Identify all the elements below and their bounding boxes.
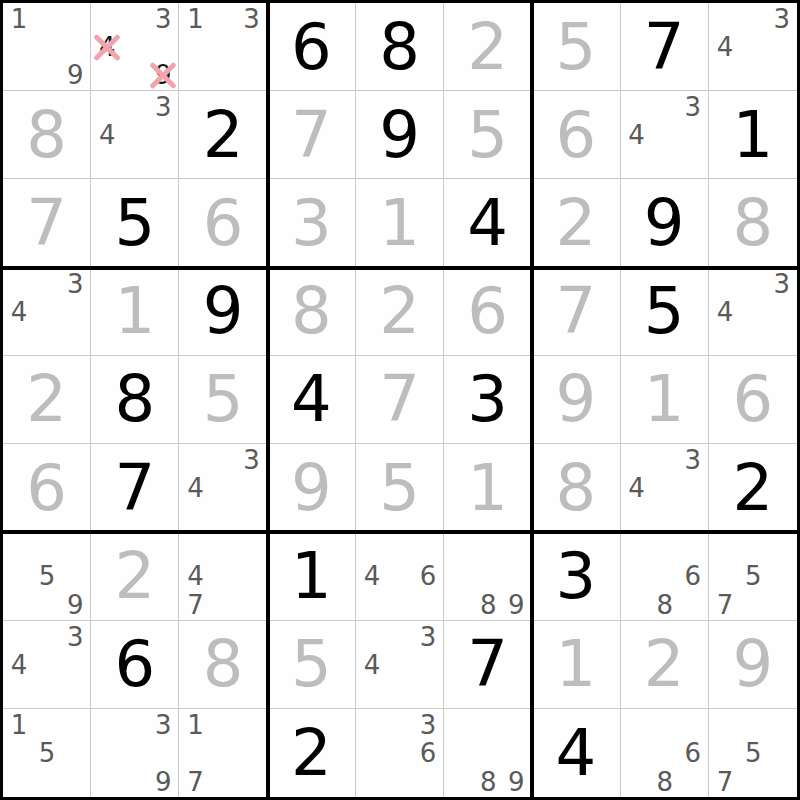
- cell-r6c4[interactable]: 9: [268, 444, 356, 532]
- value-digit: 2: [114, 544, 155, 608]
- cell-r2c4[interactable]: 7: [268, 91, 356, 179]
- candidate-digit: 1: [11, 712, 28, 738]
- candidate-slot-3: 3: [61, 623, 89, 651]
- candidate-slot-1: [711, 534, 739, 562]
- cell-r5c4[interactable]: 4: [268, 356, 356, 444]
- cell-r8c3[interactable]: 8: [179, 621, 267, 709]
- candidate-slot-3: 3: [679, 446, 707, 474]
- candidates-grid: 34: [5, 623, 89, 707]
- cell-r8c9[interactable]: 9: [709, 621, 797, 709]
- candidate-slot-9: [768, 768, 796, 796]
- candidate-slot-9: [414, 679, 442, 707]
- candidate-slot-3: [679, 534, 707, 562]
- candidate-slot-1: [623, 446, 651, 474]
- value-digit: 8: [379, 15, 420, 79]
- cell-r5c8[interactable]: 1: [621, 356, 709, 444]
- candidate-digit: 8: [480, 769, 497, 795]
- cell-r4c1[interactable]: 34: [3, 268, 91, 356]
- candidates-grid: 17: [181, 711, 265, 796]
- sudoku-board: 1934913682573483427956341756314298341982…: [0, 0, 800, 800]
- candidate-digit: 4: [628, 122, 645, 148]
- candidate-slot-4: [711, 562, 739, 590]
- candidate-slot-2: [121, 5, 149, 33]
- candidate-digit: 4: [187, 475, 204, 501]
- cell-r3c4[interactable]: 3: [268, 179, 356, 267]
- cell-r1c6[interactable]: 2: [444, 3, 532, 91]
- candidate-slot-6: 6: [679, 739, 707, 767]
- candidate-slot-9: 9: [149, 768, 177, 796]
- cell-r1c1[interactable]: 19: [3, 3, 91, 91]
- candidate-digit: 8: [656, 592, 673, 618]
- value-digit: 6: [733, 367, 774, 431]
- cell-r7c5[interactable]: 46: [356, 532, 444, 620]
- candidate-slot-9: 9: [502, 768, 530, 796]
- cell-r5c7[interactable]: 9: [532, 356, 620, 444]
- candidate-slot-2: [651, 711, 679, 739]
- cell-r9c8[interactable]: 68: [621, 709, 709, 797]
- cell-r7c4[interactable]: 1: [268, 532, 356, 620]
- candidate-slot-6: [61, 651, 89, 679]
- cell-r4c3[interactable]: 9: [179, 268, 267, 356]
- cell-r3c6[interactable]: 4: [444, 179, 532, 267]
- cell-r7c1[interactable]: 59: [3, 532, 91, 620]
- candidate-slot-4: [181, 739, 209, 767]
- cell-r6c8[interactable]: 34: [621, 444, 709, 532]
- value-digit: 2: [644, 632, 685, 696]
- cell-r3c2[interactable]: 5: [91, 179, 179, 267]
- candidate-slot-9: [61, 768, 89, 796]
- candidates-grid: 13: [181, 5, 265, 89]
- candidate-slot-4: 4: [358, 651, 386, 679]
- cell-r8c5[interactable]: 34: [356, 621, 444, 709]
- candidate-digit: 9: [508, 592, 525, 618]
- candidate-slot-1: [181, 446, 209, 474]
- cell-r3c1[interactable]: 7: [3, 179, 91, 267]
- cell-r6c9[interactable]: 2: [709, 444, 797, 532]
- cell-r1c7[interactable]: 5: [532, 3, 620, 91]
- candidate-slot-5: [210, 739, 238, 767]
- candidate-slot-3: 3: [149, 711, 177, 739]
- candidates-grid: 89: [446, 711, 530, 796]
- cell-r1c8[interactable]: 7: [621, 3, 709, 91]
- value-digit: 4: [556, 721, 597, 785]
- candidate-digit: 4: [11, 652, 28, 678]
- value-digit: 1: [733, 103, 774, 167]
- candidate-slot-8: [386, 679, 414, 707]
- candidate-slot-7: [93, 149, 121, 177]
- value-digit: 8: [203, 632, 244, 696]
- cell-r9c5[interactable]: 36: [356, 709, 444, 797]
- candidate-digit: 1: [11, 6, 28, 32]
- cell-r7c2[interactable]: 2: [91, 532, 179, 620]
- cell-r8c6[interactable]: 7: [444, 621, 532, 709]
- candidates-grid: 34: [93, 93, 177, 177]
- candidates-grid: 34: [5, 270, 89, 354]
- cell-r1c9[interactable]: 34: [709, 3, 797, 91]
- candidate-digit: 7: [717, 592, 734, 618]
- candidate-slot-6: [768, 298, 796, 326]
- candidate-slot-7: [181, 502, 209, 530]
- value-digit: 7: [467, 632, 508, 696]
- candidate-slot-3: [768, 534, 796, 562]
- candidate-slot-1: [5, 623, 33, 651]
- value-digit: 3: [291, 191, 332, 255]
- cell-r5c6[interactable]: 3: [444, 356, 532, 444]
- candidate-slot-3: 3: [238, 446, 266, 474]
- candidate-slot-9: [768, 61, 796, 89]
- candidate-slot-8: [386, 768, 414, 796]
- candidate-slot-2: [474, 711, 502, 739]
- candidate-slot-5: [386, 739, 414, 767]
- candidate-slot-3: [238, 711, 266, 739]
- candidates-grid: 34: [623, 93, 707, 177]
- candidate-slot-3: [61, 534, 89, 562]
- candidate-digit: 9: [155, 769, 172, 795]
- candidate-slot-5: [739, 298, 767, 326]
- candidate-slot-4: [446, 739, 474, 767]
- candidate-slot-6: [768, 739, 796, 767]
- candidates-grid: 39: [93, 711, 177, 796]
- candidate-slot-8: [33, 590, 61, 618]
- cell-r2c2[interactable]: 34: [91, 91, 179, 179]
- candidate-digit: 5: [39, 740, 56, 766]
- candidate-slot-2: [739, 5, 767, 33]
- cell-r5c2[interactable]: 8: [91, 356, 179, 444]
- candidate-slot-2: [386, 534, 414, 562]
- candidate-slot-3: [502, 534, 530, 562]
- cell-r5c9[interactable]: 6: [709, 356, 797, 444]
- candidate-slot-7: [358, 768, 386, 796]
- candidates-grid: 89: [446, 534, 530, 618]
- value-digit: 7: [379, 367, 420, 431]
- candidate-slot-1: [358, 534, 386, 562]
- candidate-slot-7: [181, 61, 209, 89]
- candidate-slot-4: 4: [181, 474, 209, 502]
- value-digit: 5: [379, 456, 420, 520]
- candidate-slot-7: [5, 679, 33, 707]
- candidate-slot-5: [474, 562, 502, 590]
- candidate-digit: 4: [187, 563, 204, 589]
- candidate-digit: 9: [67, 592, 84, 618]
- candidates-grid: 349: [93, 5, 177, 89]
- candidate-slot-7: [623, 768, 651, 796]
- candidate-slot-4: [446, 562, 474, 590]
- value-digit: 2: [467, 15, 508, 79]
- candidate-slot-5: [33, 298, 61, 326]
- candidate-slot-9: [61, 326, 89, 354]
- candidate-digit: 3: [155, 94, 172, 120]
- cell-r2c7[interactable]: 6: [532, 91, 620, 179]
- cell-r4c6[interactable]: 6: [444, 268, 532, 356]
- candidate-slot-3: [414, 534, 442, 562]
- cell-r8c8[interactable]: 2: [621, 621, 709, 709]
- candidates-grid: 34: [358, 623, 442, 707]
- candidate-slot-8: [33, 326, 61, 354]
- cell-r3c8[interactable]: 9: [621, 179, 709, 267]
- candidate-digit: 4: [364, 652, 381, 678]
- candidate-digit: 5: [745, 740, 762, 766]
- cell-r7c7[interactable]: 3: [532, 532, 620, 620]
- candidate-slot-8: [739, 768, 767, 796]
- candidate-slot-3: 3: [679, 93, 707, 121]
- candidate-digit: 3: [774, 6, 791, 32]
- candidate-slot-1: [358, 623, 386, 651]
- candidates-grid: 19: [5, 5, 89, 89]
- candidate-slot-9: 9: [61, 61, 89, 89]
- candidate-slot-7: [5, 326, 33, 354]
- candidate-digit: 8: [480, 592, 497, 618]
- candidate-slot-1: [623, 534, 651, 562]
- value-digit: 5: [291, 632, 332, 696]
- cell-r4c2[interactable]: 1: [91, 268, 179, 356]
- candidate-slot-6: [61, 298, 89, 326]
- cell-r7c8[interactable]: 68: [621, 532, 709, 620]
- cell-r3c7[interactable]: 2: [532, 179, 620, 267]
- candidate-slot-9: 9: [149, 61, 177, 89]
- cell-r1c3[interactable]: 13: [179, 3, 267, 91]
- cell-r7c3[interactable]: 47: [179, 532, 267, 620]
- candidate-digit: 4: [364, 563, 381, 589]
- candidate-slot-5: 5: [739, 562, 767, 590]
- cell-r8c2[interactable]: 6: [91, 621, 179, 709]
- cell-r5c5[interactable]: 7: [356, 356, 444, 444]
- candidate-slot-4: [5, 739, 33, 767]
- candidate-digit: 9: [67, 62, 84, 88]
- value-digit: 7: [644, 15, 685, 79]
- candidate-slot-1: [446, 534, 474, 562]
- candidates-grid: 57: [711, 711, 796, 796]
- candidate-slot-5: 5: [33, 739, 61, 767]
- candidate-slot-4: [181, 33, 209, 61]
- value-digit: 6: [291, 15, 332, 79]
- cell-r2c1[interactable]: 8: [3, 91, 91, 179]
- candidate-slot-7: [5, 590, 33, 618]
- candidates-grid: 59: [5, 534, 89, 618]
- candidate-slot-8: [651, 149, 679, 177]
- candidate-slot-1: [5, 534, 33, 562]
- cell-r9c6[interactable]: 89: [444, 709, 532, 797]
- cell-r2c8[interactable]: 34: [621, 91, 709, 179]
- cell-r9c4[interactable]: 2: [268, 709, 356, 797]
- candidate-slot-8: [33, 61, 61, 89]
- cell-r9c1[interactable]: 15: [3, 709, 91, 797]
- candidate-slot-8: [386, 590, 414, 618]
- candidate-slot-7: [5, 61, 33, 89]
- candidate-slot-4: [623, 739, 651, 767]
- candidate-digit: 6: [684, 740, 701, 766]
- candidate-slot-4: 4: [623, 474, 651, 502]
- value-digit: 1: [467, 456, 508, 520]
- candidate-slot-3: [238, 534, 266, 562]
- candidate-slot-4: 4: [358, 562, 386, 590]
- candidate-slot-5: [651, 121, 679, 149]
- candidate-slot-1: [623, 93, 651, 121]
- candidate-slot-1: 1: [181, 5, 209, 33]
- candidates-grid: 68: [623, 534, 707, 618]
- candidate-slot-7: 7: [181, 590, 209, 618]
- candidate-slot-7: [711, 61, 739, 89]
- cell-r2c3[interactable]: 2: [179, 91, 267, 179]
- candidate-slot-1: [181, 534, 209, 562]
- cell-r8c7[interactable]: 1: [532, 621, 620, 709]
- cell-r5c3[interactable]: 5: [179, 356, 267, 444]
- candidates-grid: 68: [623, 711, 707, 796]
- cell-r1c5[interactable]: 8: [356, 3, 444, 91]
- value-digit: 8: [114, 367, 155, 431]
- candidate-slot-4: [623, 562, 651, 590]
- candidate-slot-4: [5, 562, 33, 590]
- candidates-grid: 34: [711, 270, 796, 354]
- value-digit: 6: [26, 456, 67, 520]
- candidate-slot-5: [33, 651, 61, 679]
- candidate-slot-7: [711, 326, 739, 354]
- candidate-slot-2: [739, 534, 767, 562]
- value-digit: 8: [556, 456, 597, 520]
- cell-r7c6[interactable]: 89: [444, 532, 532, 620]
- candidate-slot-5: [210, 562, 238, 590]
- candidate-slot-2: [33, 270, 61, 298]
- candidate-slot-6: [149, 739, 177, 767]
- candidate-slot-7: 7: [711, 590, 739, 618]
- candidate-slot-8: [33, 768, 61, 796]
- candidate-digit: 3: [155, 6, 172, 32]
- cell-r6c6[interactable]: 1: [444, 444, 532, 532]
- value-digit: 9: [556, 367, 597, 431]
- value-digit: 5: [644, 279, 685, 343]
- candidate-digit: 3: [155, 712, 172, 738]
- candidate-digit: 1: [187, 6, 204, 32]
- candidate-digit: 4: [99, 34, 116, 60]
- cell-r2c5[interactable]: 9: [356, 91, 444, 179]
- cell-r9c7[interactable]: 4: [532, 709, 620, 797]
- value-digit: 1: [379, 191, 420, 255]
- candidate-slot-1: [711, 5, 739, 33]
- candidate-slot-9: [238, 590, 266, 618]
- candidate-slot-5: [474, 739, 502, 767]
- candidate-slot-8: [121, 149, 149, 177]
- value-digit: 1: [556, 632, 597, 696]
- candidate-slot-1: [358, 711, 386, 739]
- candidate-slot-4: 4: [711, 298, 739, 326]
- candidate-slot-1: 1: [5, 5, 33, 33]
- cell-r8c4[interactable]: 5: [268, 621, 356, 709]
- cell-r5c1[interactable]: 2: [3, 356, 91, 444]
- cell-r3c5[interactable]: 1: [356, 179, 444, 267]
- candidate-slot-7: [93, 61, 121, 89]
- cell-r6c2[interactable]: 7: [91, 444, 179, 532]
- cell-r6c3[interactable]: 34: [179, 444, 267, 532]
- candidate-digit: 7: [717, 769, 734, 795]
- cell-r7c9[interactable]: 57: [709, 532, 797, 620]
- candidate-slot-6: [149, 33, 177, 61]
- cell-r3c3[interactable]: 6: [179, 179, 267, 267]
- candidate-slot-8: [210, 61, 238, 89]
- candidate-slot-8: [210, 768, 238, 796]
- candidate-slot-8: 8: [651, 590, 679, 618]
- candidate-slot-6: [61, 33, 89, 61]
- candidate-digit: 3: [243, 6, 260, 32]
- candidate-slot-8: [739, 326, 767, 354]
- candidate-slot-7: [358, 590, 386, 618]
- candidate-slot-6: 6: [679, 562, 707, 590]
- candidate-digit: 1: [187, 712, 204, 738]
- candidate-slot-3: 3: [414, 623, 442, 651]
- candidate-digit: 5: [39, 563, 56, 589]
- candidate-slot-2: [210, 5, 238, 33]
- cell-r2c6[interactable]: 5: [444, 91, 532, 179]
- candidate-slot-6: [768, 33, 796, 61]
- candidate-slot-4: [5, 33, 33, 61]
- value-digit: 6: [467, 279, 508, 343]
- cell-r4c5[interactable]: 2: [356, 268, 444, 356]
- value-digit: 2: [556, 191, 597, 255]
- candidate-slot-8: [739, 590, 767, 618]
- candidate-slot-6: [238, 739, 266, 767]
- candidates-grid: 34: [711, 5, 796, 89]
- candidate-digit: 3: [420, 712, 437, 738]
- candidate-slot-9: [414, 768, 442, 796]
- value-digit: 6: [556, 103, 597, 167]
- candidate-slot-7: [358, 679, 386, 707]
- cell-r4c9[interactable]: 34: [709, 268, 797, 356]
- cell-r9c3[interactable]: 17: [179, 709, 267, 797]
- cell-r8c1[interactable]: 34: [3, 621, 91, 709]
- value-digit: 2: [733, 456, 774, 520]
- candidate-slot-5: [651, 474, 679, 502]
- cell-r6c5[interactable]: 5: [356, 444, 444, 532]
- candidate-digit: 6: [420, 563, 437, 589]
- candidate-slot-9: 9: [502, 590, 530, 618]
- cell-r9c9[interactable]: 57: [709, 709, 797, 797]
- candidate-slot-3: 3: [414, 711, 442, 739]
- cell-r2c9[interactable]: 1: [709, 91, 797, 179]
- candidate-slot-9: [679, 502, 707, 530]
- cell-r4c8[interactable]: 5: [621, 268, 709, 356]
- cell-r6c1[interactable]: 6: [3, 444, 91, 532]
- value-digit: 9: [379, 103, 420, 167]
- candidate-slot-9: [238, 61, 266, 89]
- candidates-grid: 57: [711, 534, 796, 618]
- cell-r3c9[interactable]: 8: [709, 179, 797, 267]
- candidates-grid: 34: [181, 446, 265, 530]
- candidate-slot-1: [93, 5, 121, 33]
- candidate-slot-1: [623, 711, 651, 739]
- cell-r1c2[interactable]: 349: [91, 3, 179, 91]
- value-digit: 9: [291, 456, 332, 520]
- candidate-slot-3: 3: [61, 270, 89, 298]
- candidate-slot-3: [679, 711, 707, 739]
- cell-r4c7[interactable]: 7: [532, 268, 620, 356]
- candidate-slot-5: [210, 33, 238, 61]
- candidate-slot-4: 4: [5, 651, 33, 679]
- candidates-grid: 47: [181, 534, 265, 618]
- cell-r6c7[interactable]: 8: [532, 444, 620, 532]
- candidate-digit: 7: [187, 592, 204, 618]
- candidate-digit: 3: [67, 624, 84, 650]
- candidate-slot-3: 3: [238, 5, 266, 33]
- candidate-slot-8: [33, 679, 61, 707]
- cell-r4c4[interactable]: 8: [268, 268, 356, 356]
- cell-r9c2[interactable]: 39: [91, 709, 179, 797]
- cell-r1c4[interactable]: 6: [268, 3, 356, 91]
- candidate-slot-2: [33, 534, 61, 562]
- candidate-slot-2: [474, 534, 502, 562]
- value-digit: 7: [114, 456, 155, 520]
- value-digit: 3: [556, 544, 597, 608]
- candidate-slot-7: [5, 768, 33, 796]
- value-digit: 6: [114, 632, 155, 696]
- candidate-digit: 4: [628, 475, 645, 501]
